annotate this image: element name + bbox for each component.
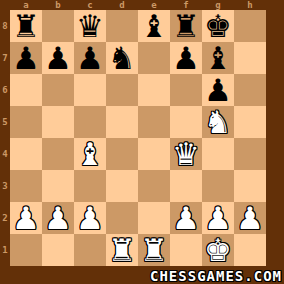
square-b6 [42,74,74,106]
square-h4 [234,138,266,170]
square-f4: ♛ [170,138,202,170]
piece-black-pawn: ♟ [12,42,40,74]
square-b4 [42,138,74,170]
file-label-d: d [106,0,138,10]
square-b3 [42,170,74,202]
rank-label-7: 7 [0,42,10,74]
piece-white-pawn: ♟ [204,202,232,234]
square-d8 [106,10,138,42]
square-e3 [138,170,170,202]
piece-white-pawn: ♟ [44,202,72,234]
square-g3 [202,170,234,202]
square-h7 [234,42,266,74]
square-e1: ♜ [138,234,170,266]
piece-white-knight: ♞ [204,106,232,138]
piece-white-king: ♚ [204,234,232,266]
square-f1 [170,234,202,266]
rank-label-5: 5 [0,106,10,138]
square-b1 [42,234,74,266]
square-b7: ♟ [42,42,74,74]
piece-black-queen: ♛ [76,10,104,42]
square-d5 [106,106,138,138]
square-d4 [106,138,138,170]
piece-black-pawn: ♟ [204,74,232,106]
piece-black-rook: ♜ [172,10,200,42]
square-b8 [42,10,74,42]
piece-white-pawn: ♟ [172,202,200,234]
rank-labels: 87654321 [0,10,10,266]
square-d3 [106,170,138,202]
square-a8: ♜ [10,10,42,42]
square-d6 [106,74,138,106]
square-c8: ♛ [74,10,106,42]
piece-white-rook: ♜ [108,234,136,266]
rank-label-1: 1 [0,234,10,266]
square-c2: ♟ [74,202,106,234]
rank-label-6: 6 [0,74,10,106]
square-e2 [138,202,170,234]
rank-label-8: 8 [0,10,10,42]
piece-black-bishop: ♝ [204,42,232,74]
square-h2: ♟ [234,202,266,234]
square-c7: ♟ [74,42,106,74]
square-c4: ♝ [74,138,106,170]
square-d1: ♜ [106,234,138,266]
square-g5: ♞ [202,106,234,138]
square-a4 [10,138,42,170]
square-f2: ♟ [170,202,202,234]
rank-label-2: 2 [0,202,10,234]
square-e8: ♝ [138,10,170,42]
square-f6 [170,74,202,106]
square-a6 [10,74,42,106]
square-g6: ♟ [202,74,234,106]
piece-black-king: ♚ [204,10,232,42]
square-b2: ♟ [42,202,74,234]
piece-black-bishop: ♝ [140,10,168,42]
piece-black-pawn: ♟ [172,42,200,74]
square-a5 [10,106,42,138]
square-f3 [170,170,202,202]
square-c3 [74,170,106,202]
piece-white-pawn: ♟ [12,202,40,234]
square-d7: ♞ [106,42,138,74]
piece-white-pawn: ♟ [236,202,264,234]
piece-white-rook: ♜ [140,234,168,266]
piece-black-rook: ♜ [12,10,40,42]
file-label-b: b [42,0,74,10]
square-g4 [202,138,234,170]
square-e5 [138,106,170,138]
chess-board: ♜♛♝♜♚♟♟♟♞♟♝♟♞♝♛♟♟♟♟♟♟♜♜♚ [10,10,266,266]
square-f7: ♟ [170,42,202,74]
square-h8 [234,10,266,42]
file-label-h: h [234,0,266,10]
piece-black-pawn: ♟ [44,42,72,74]
square-e6 [138,74,170,106]
square-f8: ♜ [170,10,202,42]
square-b5 [42,106,74,138]
square-h3 [234,170,266,202]
square-e4 [138,138,170,170]
square-g7: ♝ [202,42,234,74]
watermark: CHESSGAMES.COM [150,269,282,283]
chessboard-frame: abcdefgh 87654321 ♜♛♝♜♚♟♟♟♞♟♝♟♞♝♛♟♟♟♟♟♟♜… [0,0,284,284]
square-a3 [10,170,42,202]
piece-white-bishop: ♝ [76,138,104,170]
piece-black-pawn: ♟ [76,42,104,74]
square-a1 [10,234,42,266]
piece-white-pawn: ♟ [76,202,104,234]
square-c6 [74,74,106,106]
square-a7: ♟ [10,42,42,74]
square-c1 [74,234,106,266]
square-h5 [234,106,266,138]
piece-black-knight: ♞ [108,42,136,74]
square-g1: ♚ [202,234,234,266]
square-c5 [74,106,106,138]
square-g8: ♚ [202,10,234,42]
piece-white-queen: ♛ [172,138,200,170]
rank-label-3: 3 [0,170,10,202]
square-a2: ♟ [10,202,42,234]
square-d2 [106,202,138,234]
rank-label-4: 4 [0,138,10,170]
square-h6 [234,74,266,106]
square-h1 [234,234,266,266]
square-g2: ♟ [202,202,234,234]
square-f5 [170,106,202,138]
square-e7 [138,42,170,74]
